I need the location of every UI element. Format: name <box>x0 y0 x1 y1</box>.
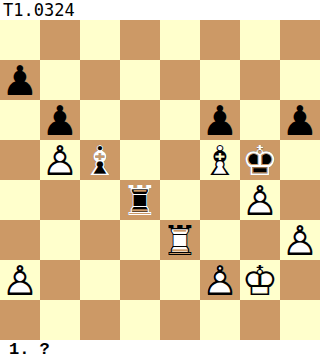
square-h3[interactable]: ♟♙ <box>280 220 320 260</box>
piece-white-pawn-outline: ♙ <box>280 220 320 260</box>
square-g5[interactable]: ♚♔ <box>240 140 280 180</box>
square-d3[interactable] <box>120 220 160 260</box>
square-f1[interactable] <box>200 300 240 340</box>
piece-black-pawn: ♟ <box>40 100 80 140</box>
piece-white-pawn: ♟ <box>240 180 280 220</box>
square-e6[interactable] <box>160 100 200 140</box>
square-g4[interactable]: ♟♙ <box>240 180 280 220</box>
square-f5[interactable]: ♝♗ <box>200 140 240 180</box>
square-d5[interactable] <box>120 140 160 180</box>
square-a5[interactable] <box>0 140 40 180</box>
piece-white-pawn-outline: ♙ <box>240 180 280 220</box>
square-b4[interactable] <box>40 180 80 220</box>
move-prompt: 1. ? <box>0 340 50 360</box>
piece-black-king: ♚ <box>240 140 280 180</box>
square-h2[interactable] <box>280 260 320 300</box>
square-e5[interactable] <box>160 140 200 180</box>
square-e8[interactable] <box>160 20 200 60</box>
square-f3[interactable] <box>200 220 240 260</box>
piece-white-pawn-outline: ♙ <box>40 140 80 180</box>
square-c6[interactable] <box>80 100 120 140</box>
square-h1[interactable] <box>280 300 320 340</box>
square-c5[interactable]: ♝♗ <box>80 140 120 180</box>
square-e1[interactable] <box>160 300 200 340</box>
square-b2[interactable] <box>40 260 80 300</box>
piece-white-pawn-outline: ♙ <box>200 260 240 300</box>
square-b3[interactable] <box>40 220 80 260</box>
piece-white-pawn: ♟ <box>40 140 80 180</box>
piece-black-rook-outline: ♖ <box>120 180 160 220</box>
square-b8[interactable] <box>40 20 80 60</box>
piece-black-bishop-outline: ♗ <box>80 140 120 180</box>
square-f8[interactable] <box>200 20 240 60</box>
piece-black-pawn: ♟ <box>280 100 320 140</box>
square-b6[interactable]: ♟ <box>40 100 80 140</box>
square-d8[interactable] <box>120 20 160 60</box>
square-d4[interactable]: ♜♖ <box>120 180 160 220</box>
square-a7[interactable]: ♟ <box>0 60 40 100</box>
square-e3[interactable]: ♜♖ <box>160 220 200 260</box>
square-a1[interactable] <box>0 300 40 340</box>
square-c8[interactable] <box>80 20 120 60</box>
square-h8[interactable] <box>280 20 320 60</box>
puzzle-id: T1.0324 <box>0 0 75 20</box>
piece-white-king: ♚ <box>240 260 280 300</box>
square-d1[interactable] <box>120 300 160 340</box>
square-a3[interactable] <box>0 220 40 260</box>
piece-black-rook: ♜ <box>120 180 160 220</box>
piece-white-bishop-outline: ♗ <box>200 140 240 180</box>
square-c1[interactable] <box>80 300 120 340</box>
square-a4[interactable] <box>0 180 40 220</box>
piece-white-rook-outline: ♖ <box>160 220 200 260</box>
square-b7[interactable] <box>40 60 80 100</box>
square-g7[interactable] <box>240 60 280 100</box>
square-b5[interactable]: ♟♙ <box>40 140 80 180</box>
piece-white-pawn: ♟ <box>280 220 320 260</box>
square-e2[interactable] <box>160 260 200 300</box>
square-c2[interactable] <box>80 260 120 300</box>
piece-black-pawn: ♟ <box>0 60 40 100</box>
piece-black-pawn: ♟ <box>200 100 240 140</box>
prompt-bar: 1. ? <box>0 340 320 360</box>
square-g6[interactable] <box>240 100 280 140</box>
square-f7[interactable] <box>200 60 240 100</box>
square-d7[interactable] <box>120 60 160 100</box>
square-g8[interactable] <box>240 20 280 60</box>
square-a2[interactable]: ♟♙ <box>0 260 40 300</box>
chess-board: ♟♟♟♟♟♙♝♗♝♗♚♔♜♖♟♙♜♖♟♙♟♙♟♙♚♔ <box>0 20 320 340</box>
piece-white-pawn: ♟ <box>200 260 240 300</box>
square-e4[interactable] <box>160 180 200 220</box>
square-f6[interactable]: ♟ <box>200 100 240 140</box>
square-h6[interactable]: ♟ <box>280 100 320 140</box>
square-g3[interactable] <box>240 220 280 260</box>
chess-puzzle-app: T1.0324 ♟♟♟♟♟♙♝♗♝♗♚♔♜♖♟♙♜♖♟♙♟♙♟♙♚♔ 1. ? <box>0 0 320 360</box>
title-bar: T1.0324 <box>0 0 320 20</box>
square-g1[interactable] <box>240 300 280 340</box>
square-c7[interactable] <box>80 60 120 100</box>
square-h5[interactable] <box>280 140 320 180</box>
square-f2[interactable]: ♟♙ <box>200 260 240 300</box>
piece-black-king-outline: ♔ <box>240 140 280 180</box>
square-d2[interactable] <box>120 260 160 300</box>
square-g2[interactable]: ♚♔ <box>240 260 280 300</box>
piece-white-bishop: ♝ <box>200 140 240 180</box>
square-f4[interactable] <box>200 180 240 220</box>
square-e7[interactable] <box>160 60 200 100</box>
square-c4[interactable] <box>80 180 120 220</box>
square-a8[interactable] <box>0 20 40 60</box>
piece-white-pawn-outline: ♙ <box>0 260 40 300</box>
square-d6[interactable] <box>120 100 160 140</box>
square-b1[interactable] <box>40 300 80 340</box>
piece-white-rook: ♜ <box>160 220 200 260</box>
square-c3[interactable] <box>80 220 120 260</box>
piece-white-pawn: ♟ <box>0 260 40 300</box>
square-h7[interactable] <box>280 60 320 100</box>
piece-white-king-outline: ♔ <box>240 260 280 300</box>
piece-black-bishop: ♝ <box>80 140 120 180</box>
square-h4[interactable] <box>280 180 320 220</box>
square-a6[interactable] <box>0 100 40 140</box>
